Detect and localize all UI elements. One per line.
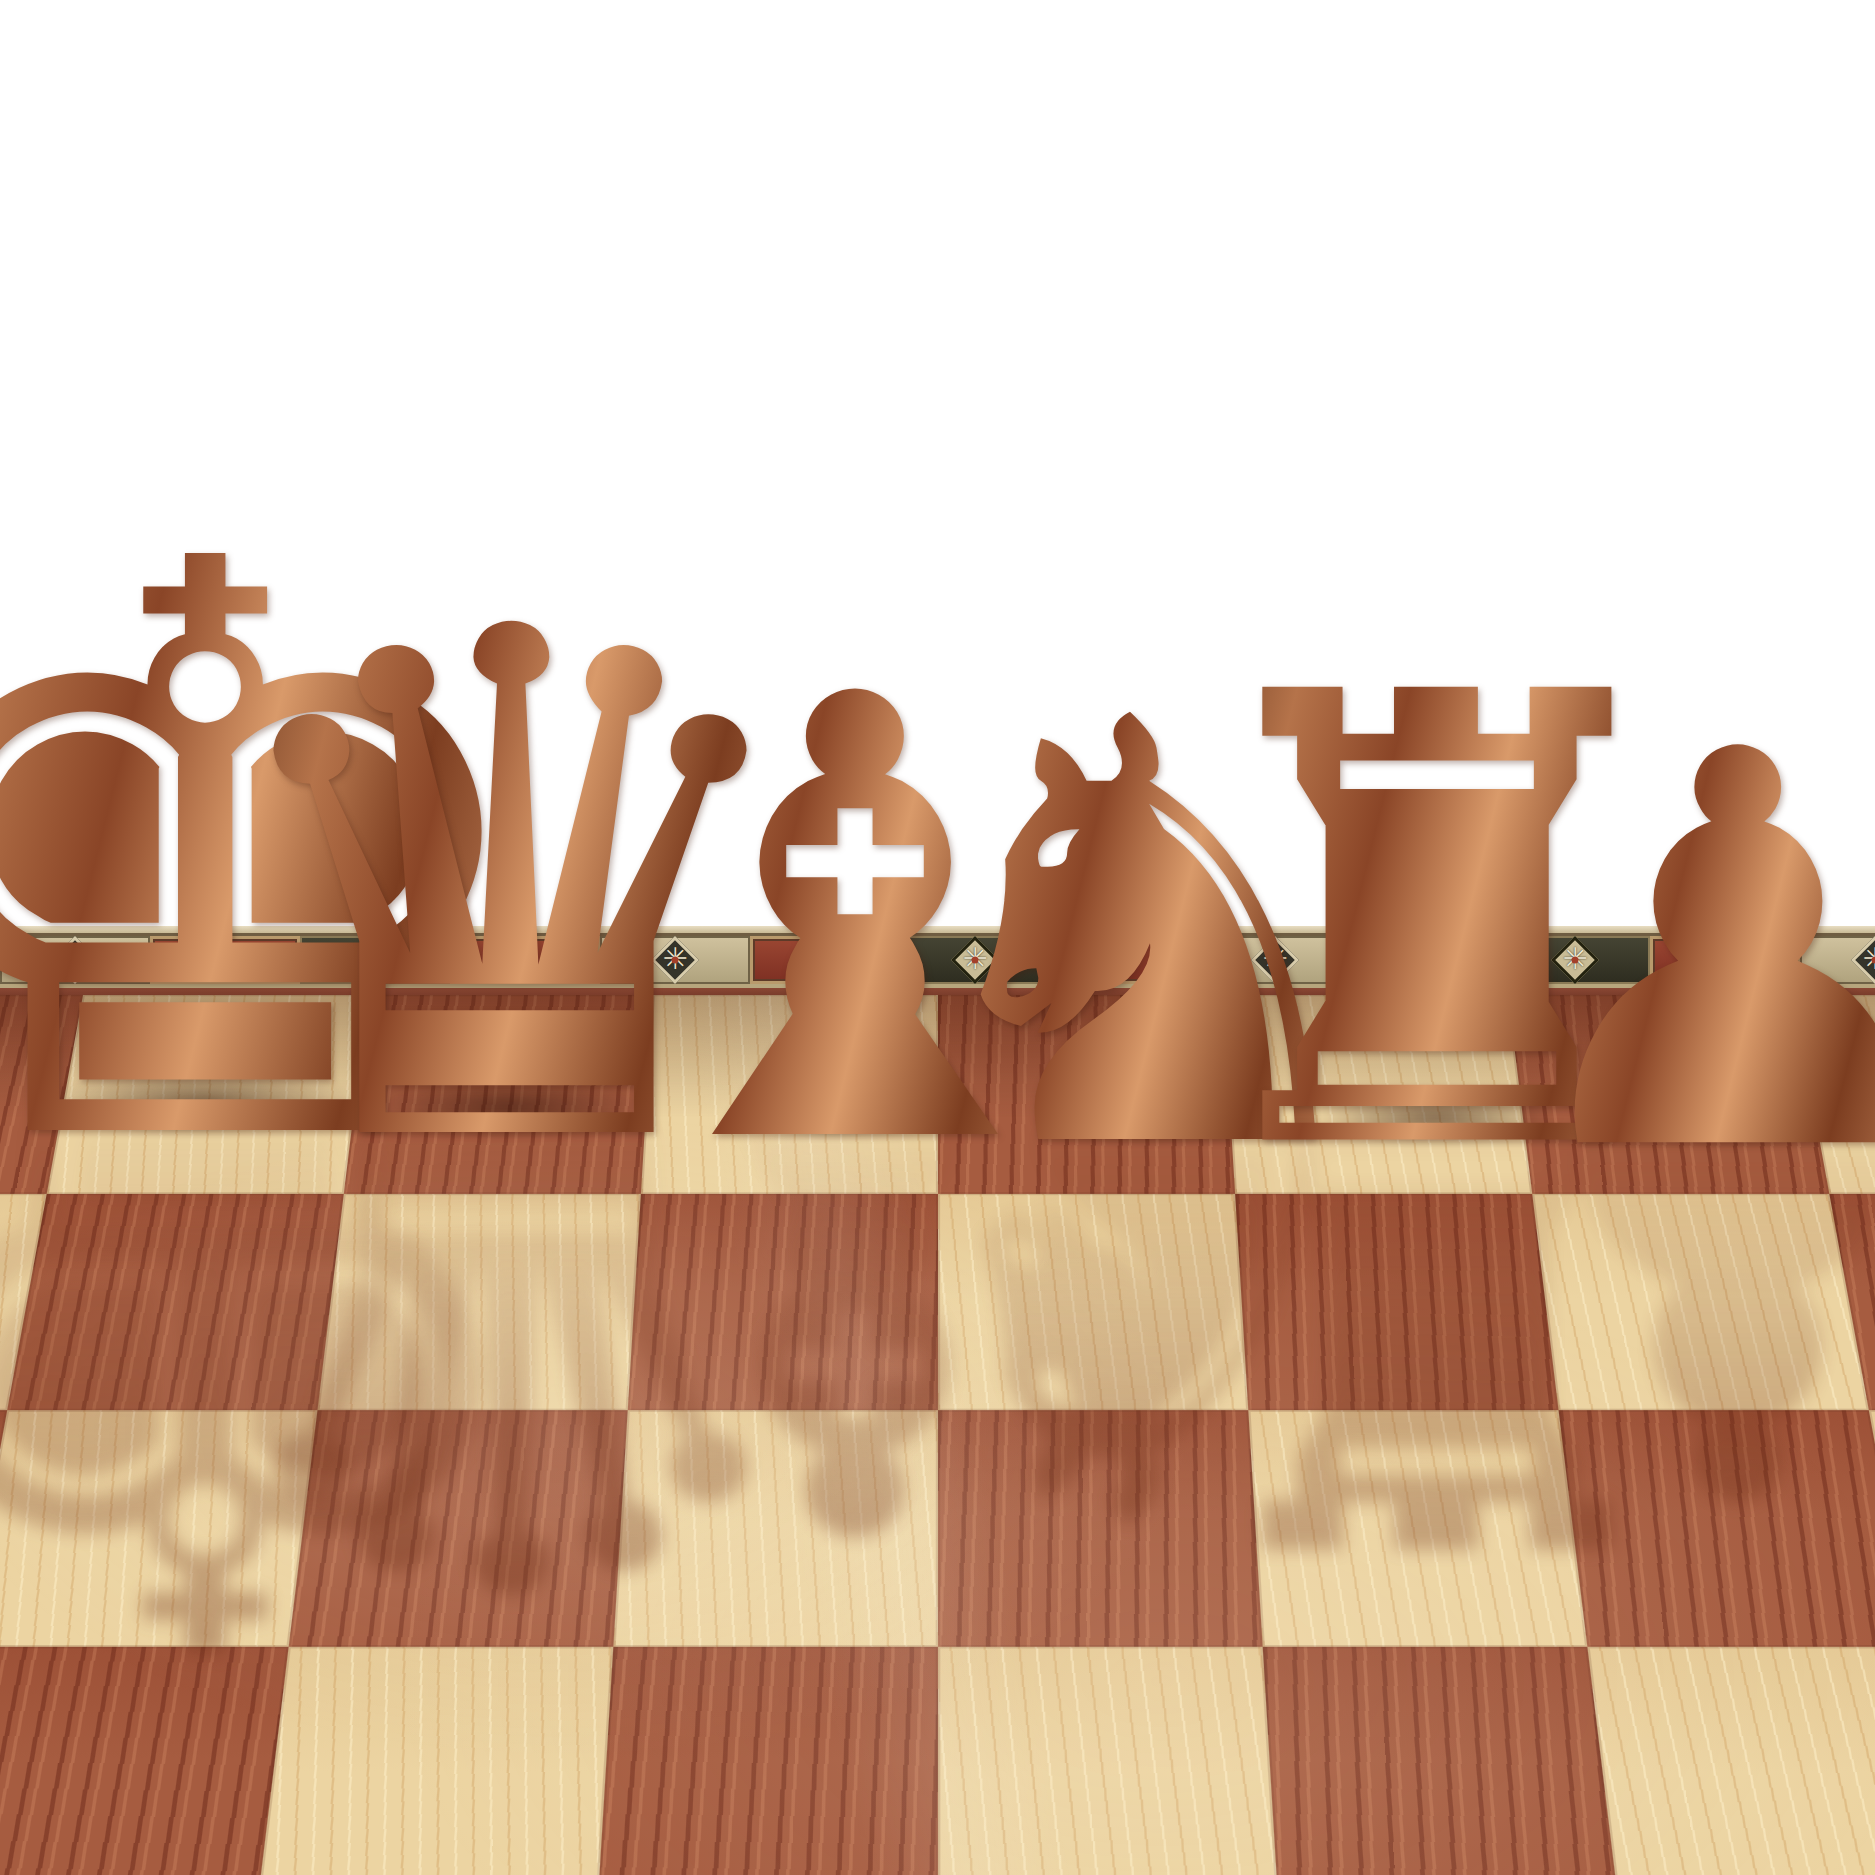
board-square-g5[interactable] [1587, 1647, 1875, 1875]
board-square-d5[interactable] [597, 1647, 937, 1875]
board-square-e5[interactable] [938, 1647, 1278, 1875]
piece-pawn[interactable]: ♟ [1494, 681, 1875, 1226]
chess-product-photo: ✳✳✳✳✳✳✳ ♚♚♛♛♝♝♞♞♜♜♟♟ [0, 0, 1875, 1875]
board-square-f5[interactable] [1262, 1647, 1618, 1875]
